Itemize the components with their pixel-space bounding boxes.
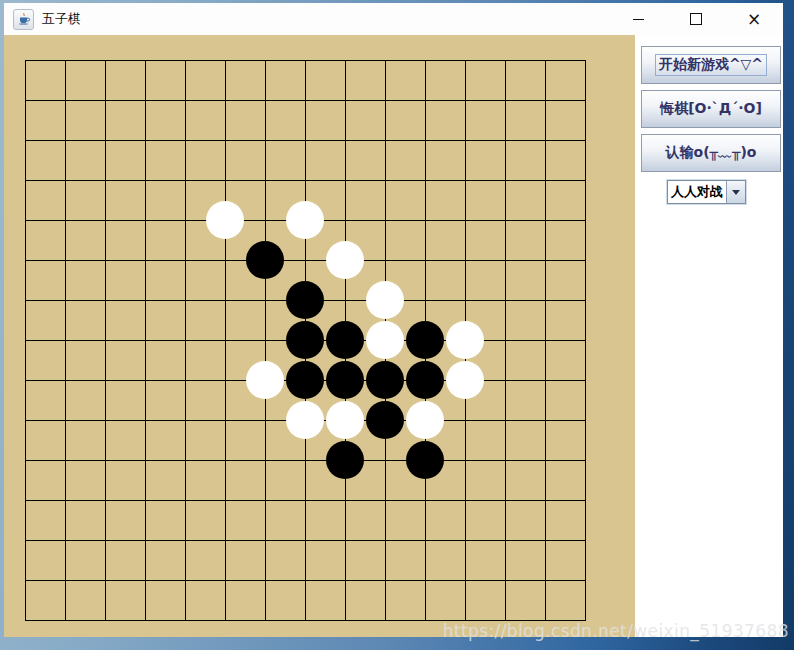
new-game-button[interactable]: 开始新游戏^▽^ — [641, 46, 781, 84]
java-coffee-cup-icon — [13, 9, 34, 30]
white-stone — [326, 241, 364, 279]
white-stone — [406, 401, 444, 439]
white-stone — [366, 321, 404, 359]
white-stone — [286, 201, 324, 239]
black-stone — [406, 361, 444, 399]
resign-button[interactable]: 认输o(╥﹏╥)o — [641, 134, 781, 172]
white-stone — [446, 361, 484, 399]
black-stone — [326, 321, 364, 359]
minimize-button[interactable] — [609, 3, 667, 35]
gomoku-board-panel[interactable] — [4, 35, 635, 637]
game-mode-selected-value: 人人对战 — [668, 181, 726, 203]
window-content: 开始新游戏^▽^ 悔棋[O·`Д´·O] 认输o(╥﹏╥)o 人人对战 — [4, 35, 783, 637]
gomoku-window: 五子棋 × 开始新游戏^▽^ 悔棋[O·`Д´·O] 认输o(╥﹏╥)o 人人对… — [4, 3, 783, 637]
black-stone — [406, 321, 444, 359]
white-stone — [206, 201, 244, 239]
window-title: 五子棋 — [42, 10, 81, 28]
resign-button-label: 认输o(╥﹏╥)o — [666, 144, 757, 162]
close-icon: × — [747, 11, 761, 28]
black-stone — [366, 361, 404, 399]
new-game-button-label: 开始新游戏^▽^ — [655, 54, 767, 76]
close-button[interactable]: × — [725, 3, 783, 35]
undo-button-label: 悔棋[O·`Д´·O] — [660, 100, 762, 118]
black-stone — [366, 401, 404, 439]
maximize-icon — [690, 13, 702, 25]
white-stone — [326, 401, 364, 439]
chevron-down-icon[interactable] — [726, 181, 745, 203]
black-stone — [286, 361, 324, 399]
csdn-watermark: https://blog.csdn.net/weixin_51937688 — [443, 621, 789, 641]
undo-button[interactable]: 悔棋[O·`Д´·O] — [641, 90, 781, 128]
stones-layer — [25, 60, 586, 621]
minimize-icon — [633, 19, 644, 20]
white-stone — [366, 281, 404, 319]
white-stone — [286, 401, 324, 439]
white-stone — [446, 321, 484, 359]
black-stone — [286, 321, 324, 359]
title-bar: 五子棋 × — [4, 3, 783, 35]
black-stone — [246, 241, 284, 279]
maximize-button[interactable] — [667, 3, 725, 35]
white-stone — [246, 361, 284, 399]
control-panel: 开始新游戏^▽^ 悔棋[O·`Д´·O] 认输o(╥﹏╥)o 人人对战 — [635, 35, 783, 637]
black-stone — [326, 361, 364, 399]
black-stone — [286, 281, 324, 319]
game-mode-select[interactable]: 人人对战 — [667, 180, 746, 204]
black-stone — [326, 441, 364, 479]
black-stone — [406, 441, 444, 479]
